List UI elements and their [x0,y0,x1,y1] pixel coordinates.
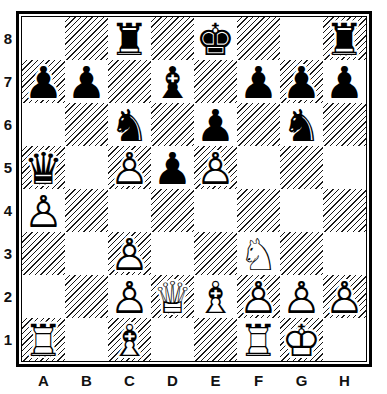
square-g6[interactable]: ♞ [280,103,323,146]
square-h7[interactable]: ♟ [323,60,366,103]
piece-white-pawn: ♟♙ [22,189,65,232]
white-king-outline-icon: ♔ [280,319,323,362]
white-king-icon: ♚ [280,319,323,362]
rank-label-6: 6 [0,103,16,146]
white-bishop-icon: ♝ [108,319,151,362]
piece-black-rook: ♜ [108,17,151,60]
white-pawn-outline-icon: ♙ [22,190,65,233]
white-knight-icon: ♞ [237,233,280,276]
square-b4[interactable] [65,189,108,232]
square-c7[interactable] [108,60,151,103]
square-d4[interactable] [151,189,194,232]
rank-label-2: 2 [0,275,16,318]
square-g5[interactable] [280,146,323,189]
white-queen-icon: ♛ [151,276,194,319]
square-g1[interactable]: ♚♔ [280,318,323,361]
piece-black-rook: ♜ [323,17,366,60]
file-label-e: E [194,367,237,394]
square-g4[interactable] [280,189,323,232]
rank-labels: 87654321 [0,17,16,361]
black-rook-icon: ♜ [323,18,366,61]
square-b2[interactable] [65,275,108,318]
piece-black-knight: ♞ [108,103,151,146]
square-e2[interactable]: ♝♗ [194,275,237,318]
square-e6[interactable]: ♟ [194,103,237,146]
piece-white-pawn: ♟♙ [194,146,237,189]
square-b5[interactable] [65,146,108,189]
square-a5[interactable]: ♛ [22,146,65,189]
black-pawn-icon: ♟ [151,147,194,190]
board-frame: ♜♚♜♟♟♝♟♟♟♞♟♞♛♟♙♟♟♙♟♙♟♙♞♘♟♙♛♕♝♗♟♙♟♙♟♙♜♖♝♗… [16,11,372,367]
piece-white-queen: ♛♕ [151,275,194,318]
square-a8[interactable] [22,17,65,60]
white-pawn-outline-icon: ♙ [280,276,323,319]
white-knight-outline-icon: ♘ [237,233,280,276]
file-labels: ABCDEFGH [22,367,366,394]
white-bishop-outline-icon: ♗ [194,276,237,319]
white-pawn-outline-icon: ♙ [194,147,237,190]
square-f7[interactable]: ♟ [237,60,280,103]
square-c6[interactable]: ♞ [108,103,151,146]
piece-white-rook: ♜♖ [22,318,65,361]
piece-white-pawn: ♟♙ [237,275,280,318]
square-f4[interactable] [237,189,280,232]
square-c5[interactable]: ♟♙ [108,146,151,189]
square-g2[interactable]: ♟♙ [280,275,323,318]
white-pawn-icon: ♟ [194,147,237,190]
white-rook-outline-icon: ♖ [237,319,280,362]
piece-white-pawn: ♟♙ [108,232,151,275]
square-e1[interactable] [194,318,237,361]
piece-white-pawn: ♟♙ [323,275,366,318]
square-c1[interactable]: ♝♗ [108,318,151,361]
square-e3[interactable] [194,232,237,275]
square-c2[interactable]: ♟♙ [108,275,151,318]
square-f3[interactable]: ♞♘ [237,232,280,275]
piece-white-pawn: ♟♙ [280,275,323,318]
black-pawn-icon: ♟ [323,61,366,104]
white-pawn-outline-icon: ♙ [237,276,280,319]
piece-black-bishop: ♝ [151,60,194,103]
white-pawn-outline-icon: ♙ [108,147,151,190]
square-c3[interactable]: ♟♙ [108,232,151,275]
white-pawn-outline-icon: ♙ [323,276,366,319]
square-f5[interactable] [237,146,280,189]
square-b7[interactable]: ♟ [65,60,108,103]
black-rook-icon: ♜ [108,18,151,61]
piece-black-knight: ♞ [280,103,323,146]
square-f2[interactable]: ♟♙ [237,275,280,318]
black-knight-icon: ♞ [108,104,151,147]
square-c4[interactable] [108,189,151,232]
black-king-icon: ♚ [194,18,237,61]
piece-black-pawn: ♟ [280,60,323,103]
file-label-h: H [323,367,366,394]
piece-black-pawn: ♟ [22,60,65,103]
file-label-c: C [108,367,151,394]
black-pawn-icon: ♟ [280,61,323,104]
square-h3[interactable] [323,232,366,275]
file-label-b: B [65,367,108,394]
piece-white-king: ♚♔ [280,318,323,361]
black-pawn-icon: ♟ [65,61,108,104]
square-b1[interactable] [65,318,108,361]
black-pawn-icon: ♟ [194,104,237,147]
square-b3[interactable] [65,232,108,275]
square-c8[interactable]: ♜ [108,17,151,60]
white-pawn-icon: ♟ [237,276,280,319]
square-h8[interactable]: ♜ [323,17,366,60]
square-a6[interactable] [22,103,65,146]
file-label-f: F [237,367,280,394]
chess-board-diagram: 87654321 ♜♚♜♟♟♝♟♟♟♞♟♞♛♟♙♟♟♙♟♙♟♙♞♘♟♙♛♕♝♗♟… [0,0,387,394]
white-pawn-outline-icon: ♙ [108,276,151,319]
square-a4[interactable]: ♟♙ [22,189,65,232]
white-pawn-icon: ♟ [22,190,65,233]
rank-label-1: 1 [0,318,16,361]
white-rook-outline-icon: ♖ [22,319,65,362]
file-label-d: D [151,367,194,394]
piece-black-pawn: ♟ [151,146,194,189]
square-g3[interactable] [280,232,323,275]
square-h2[interactable]: ♟♙ [323,275,366,318]
square-a1[interactable]: ♜♖ [22,318,65,361]
white-pawn-icon: ♟ [323,276,366,319]
black-pawn-icon: ♟ [237,61,280,104]
black-pawn-icon: ♟ [22,61,65,104]
square-g7[interactable]: ♟ [280,60,323,103]
piece-white-bishop: ♝♗ [194,275,237,318]
white-pawn-icon: ♟ [280,276,323,319]
piece-black-queen: ♛ [22,146,65,189]
white-bishop-icon: ♝ [194,276,237,319]
square-d6[interactable] [151,103,194,146]
square-g8[interactable] [280,17,323,60]
square-d7[interactable]: ♝ [151,60,194,103]
white-pawn-outline-icon: ♙ [108,233,151,276]
square-h6[interactable] [323,103,366,146]
piece-white-knight: ♞♘ [237,232,280,275]
file-label-g: G [280,367,323,394]
square-b6[interactable] [65,103,108,146]
square-a7[interactable]: ♟ [22,60,65,103]
piece-black-pawn: ♟ [194,103,237,146]
chess-board: ♜♚♜♟♟♝♟♟♟♞♟♞♛♟♙♟♟♙♟♙♟♙♞♘♟♙♛♕♝♗♟♙♟♙♟♙♜♖♝♗… [21,16,367,362]
square-e7[interactable] [194,60,237,103]
rank-label-4: 4 [0,189,16,232]
black-queen-icon: ♛ [22,147,65,190]
black-knight-icon: ♞ [280,104,323,147]
white-pawn-icon: ♟ [108,233,151,276]
rank-label-5: 5 [0,146,16,189]
piece-black-pawn: ♟ [323,60,366,103]
piece-white-bishop: ♝♗ [108,318,151,361]
white-rook-icon: ♜ [22,319,65,362]
rank-label-3: 3 [0,232,16,275]
square-f6[interactable] [237,103,280,146]
white-pawn-icon: ♟ [108,147,151,190]
piece-black-pawn: ♟ [237,60,280,103]
square-e5[interactable]: ♟♙ [194,146,237,189]
square-h4[interactable] [323,189,366,232]
white-rook-icon: ♜ [237,319,280,362]
square-f1[interactable]: ♜♖ [237,318,280,361]
white-queen-outline-icon: ♕ [151,276,194,319]
square-a2[interactable] [22,275,65,318]
square-e8[interactable]: ♚ [194,17,237,60]
white-bishop-outline-icon: ♗ [108,319,151,362]
square-d2[interactable]: ♛♕ [151,275,194,318]
square-d1[interactable] [151,318,194,361]
square-f8[interactable] [237,17,280,60]
rank-label-8: 8 [0,17,16,60]
square-e4[interactable] [194,189,237,232]
square-h1[interactable] [323,318,366,361]
piece-black-pawn: ♟ [65,60,108,103]
piece-white-pawn: ♟♙ [108,275,151,318]
file-label-a: A [22,367,65,394]
black-bishop-icon: ♝ [151,61,194,104]
square-b8[interactable] [65,17,108,60]
piece-white-pawn: ♟♙ [108,146,151,189]
white-pawn-icon: ♟ [108,276,151,319]
piece-black-king: ♚ [194,17,237,60]
square-a3[interactable] [22,232,65,275]
square-d3[interactable] [151,232,194,275]
square-h5[interactable] [323,146,366,189]
square-d8[interactable] [151,17,194,60]
square-d5[interactable]: ♟ [151,146,194,189]
piece-white-rook: ♜♖ [237,318,280,361]
rank-label-7: 7 [0,60,16,103]
